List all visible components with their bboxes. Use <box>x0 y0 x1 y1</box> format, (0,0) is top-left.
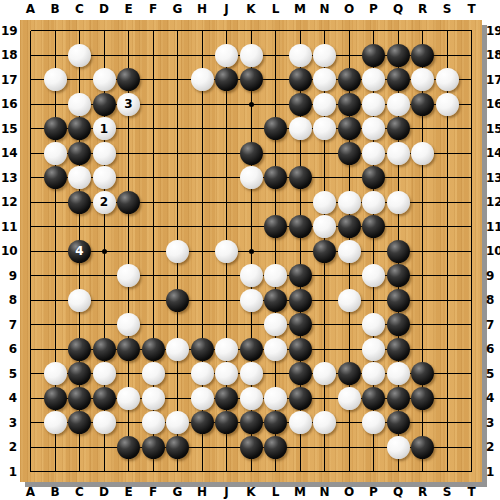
point-T17[interactable] <box>459 67 484 92</box>
point-K17[interactable] <box>239 67 264 92</box>
point-G10[interactable] <box>165 239 190 264</box>
point-J14[interactable] <box>214 141 239 166</box>
point-D19[interactable] <box>92 18 117 43</box>
point-K6[interactable] <box>239 337 264 362</box>
point-Q17[interactable] <box>386 67 411 92</box>
point-C9[interactable] <box>67 263 92 288</box>
point-S5[interactable] <box>435 361 460 386</box>
point-B16[interactable] <box>43 92 68 117</box>
point-O1[interactable] <box>337 459 362 484</box>
point-Q2[interactable] <box>386 435 411 460</box>
point-T12[interactable] <box>459 190 484 215</box>
point-N15[interactable] <box>312 116 337 141</box>
point-S12[interactable] <box>435 190 460 215</box>
point-P11[interactable] <box>361 214 386 239</box>
point-A16[interactable] <box>18 92 43 117</box>
point-D4[interactable] <box>92 386 117 411</box>
point-T5[interactable] <box>459 361 484 386</box>
point-C19[interactable] <box>67 18 92 43</box>
point-B12[interactable] <box>43 190 68 215</box>
point-L11[interactable] <box>263 214 288 239</box>
point-B8[interactable] <box>43 288 68 313</box>
point-H14[interactable] <box>190 141 215 166</box>
point-E4[interactable] <box>116 386 141 411</box>
point-H4[interactable] <box>190 386 215 411</box>
point-F17[interactable] <box>141 67 166 92</box>
point-O11[interactable] <box>337 214 362 239</box>
point-A9[interactable] <box>18 263 43 288</box>
point-K12[interactable] <box>239 190 264 215</box>
point-H2[interactable] <box>190 435 215 460</box>
point-F9[interactable] <box>141 263 166 288</box>
point-A1[interactable] <box>18 459 43 484</box>
point-D16[interactable] <box>92 92 117 117</box>
point-O6[interactable] <box>337 337 362 362</box>
point-R9[interactable] <box>410 263 435 288</box>
point-K14[interactable] <box>239 141 264 166</box>
point-R2[interactable] <box>410 435 435 460</box>
point-C13[interactable] <box>67 165 92 190</box>
point-K11[interactable] <box>239 214 264 239</box>
point-Q18[interactable] <box>386 43 411 68</box>
point-C15[interactable] <box>67 116 92 141</box>
point-G9[interactable] <box>165 263 190 288</box>
point-L16[interactable] <box>263 92 288 117</box>
point-K10[interactable] <box>239 239 264 264</box>
point-D18[interactable] <box>92 43 117 68</box>
point-M13[interactable] <box>288 165 313 190</box>
point-S10[interactable] <box>435 239 460 264</box>
point-P12[interactable] <box>361 190 386 215</box>
point-F16[interactable] <box>141 92 166 117</box>
point-O17[interactable] <box>337 67 362 92</box>
point-H9[interactable] <box>190 263 215 288</box>
point-S17[interactable] <box>435 67 460 92</box>
point-A5[interactable] <box>18 361 43 386</box>
point-D17[interactable] <box>92 67 117 92</box>
point-N14[interactable] <box>312 141 337 166</box>
point-R19[interactable] <box>410 18 435 43</box>
point-D10[interactable] <box>92 239 117 264</box>
point-R5[interactable] <box>410 361 435 386</box>
point-Q9[interactable] <box>386 263 411 288</box>
point-E12[interactable] <box>116 190 141 215</box>
point-N18[interactable] <box>312 43 337 68</box>
point-R3[interactable] <box>410 410 435 435</box>
point-L12[interactable] <box>263 190 288 215</box>
point-G18[interactable] <box>165 43 190 68</box>
point-T18[interactable] <box>459 43 484 68</box>
point-C16[interactable] <box>67 92 92 117</box>
point-E5[interactable] <box>116 361 141 386</box>
point-B14[interactable] <box>43 141 68 166</box>
point-P16[interactable] <box>361 92 386 117</box>
point-M4[interactable] <box>288 386 313 411</box>
point-P14[interactable] <box>361 141 386 166</box>
point-H13[interactable] <box>190 165 215 190</box>
point-F11[interactable] <box>141 214 166 239</box>
point-E15[interactable] <box>116 116 141 141</box>
point-L10[interactable] <box>263 239 288 264</box>
point-D13[interactable] <box>92 165 117 190</box>
point-B4[interactable] <box>43 386 68 411</box>
point-H11[interactable] <box>190 214 215 239</box>
point-S8[interactable] <box>435 288 460 313</box>
point-A15[interactable] <box>18 116 43 141</box>
point-C5[interactable] <box>67 361 92 386</box>
point-T10[interactable] <box>459 239 484 264</box>
point-C7[interactable] <box>67 312 92 337</box>
point-L19[interactable] <box>263 18 288 43</box>
point-J2[interactable] <box>214 435 239 460</box>
point-L13[interactable] <box>263 165 288 190</box>
point-J12[interactable] <box>214 190 239 215</box>
point-H7[interactable] <box>190 312 215 337</box>
point-G5[interactable] <box>165 361 190 386</box>
point-G15[interactable] <box>165 116 190 141</box>
point-B6[interactable] <box>43 337 68 362</box>
point-L15[interactable] <box>263 116 288 141</box>
point-J17[interactable] <box>214 67 239 92</box>
point-M8[interactable] <box>288 288 313 313</box>
point-S3[interactable] <box>435 410 460 435</box>
point-B7[interactable] <box>43 312 68 337</box>
point-Q14[interactable] <box>386 141 411 166</box>
point-G14[interactable] <box>165 141 190 166</box>
point-M2[interactable] <box>288 435 313 460</box>
point-L9[interactable] <box>263 263 288 288</box>
point-K19[interactable] <box>239 18 264 43</box>
point-R13[interactable] <box>410 165 435 190</box>
point-E13[interactable] <box>116 165 141 190</box>
point-H17[interactable] <box>190 67 215 92</box>
point-S9[interactable] <box>435 263 460 288</box>
point-D11[interactable] <box>92 214 117 239</box>
point-Q10[interactable] <box>386 239 411 264</box>
point-P8[interactable] <box>361 288 386 313</box>
point-C18[interactable] <box>67 43 92 68</box>
point-C2[interactable] <box>67 435 92 460</box>
point-N4[interactable] <box>312 386 337 411</box>
point-E1[interactable] <box>116 459 141 484</box>
point-F18[interactable] <box>141 43 166 68</box>
point-T9[interactable] <box>459 263 484 288</box>
point-M9[interactable] <box>288 263 313 288</box>
point-T2[interactable] <box>459 435 484 460</box>
point-K9[interactable] <box>239 263 264 288</box>
point-R12[interactable] <box>410 190 435 215</box>
point-P9[interactable] <box>361 263 386 288</box>
point-B1[interactable] <box>43 459 68 484</box>
point-O10[interactable] <box>337 239 362 264</box>
point-F2[interactable] <box>141 435 166 460</box>
point-F12[interactable] <box>141 190 166 215</box>
point-N6[interactable] <box>312 337 337 362</box>
point-D2[interactable] <box>92 435 117 460</box>
point-E17[interactable] <box>116 67 141 92</box>
point-A8[interactable] <box>18 288 43 313</box>
point-D1[interactable] <box>92 459 117 484</box>
point-L3[interactable] <box>263 410 288 435</box>
point-N8[interactable] <box>312 288 337 313</box>
point-K15[interactable] <box>239 116 264 141</box>
point-D15[interactable]: 1 <box>92 116 117 141</box>
point-K4[interactable] <box>239 386 264 411</box>
point-A13[interactable] <box>18 165 43 190</box>
point-J3[interactable] <box>214 410 239 435</box>
point-D6[interactable] <box>92 337 117 362</box>
point-N2[interactable] <box>312 435 337 460</box>
point-S7[interactable] <box>435 312 460 337</box>
point-T3[interactable] <box>459 410 484 435</box>
point-S11[interactable] <box>435 214 460 239</box>
point-C3[interactable] <box>67 410 92 435</box>
point-M16[interactable] <box>288 92 313 117</box>
point-A7[interactable] <box>18 312 43 337</box>
point-K5[interactable] <box>239 361 264 386</box>
point-O12[interactable] <box>337 190 362 215</box>
point-G13[interactable] <box>165 165 190 190</box>
point-N13[interactable] <box>312 165 337 190</box>
point-K3[interactable] <box>239 410 264 435</box>
point-P7[interactable] <box>361 312 386 337</box>
point-Q5[interactable] <box>386 361 411 386</box>
point-Q16[interactable] <box>386 92 411 117</box>
point-C1[interactable] <box>67 459 92 484</box>
point-C14[interactable] <box>67 141 92 166</box>
point-D9[interactable] <box>92 263 117 288</box>
point-A6[interactable] <box>18 337 43 362</box>
point-K7[interactable] <box>239 312 264 337</box>
point-H1[interactable] <box>190 459 215 484</box>
point-C11[interactable] <box>67 214 92 239</box>
point-R1[interactable] <box>410 459 435 484</box>
point-E16[interactable]: 3 <box>116 92 141 117</box>
point-M12[interactable] <box>288 190 313 215</box>
point-J7[interactable] <box>214 312 239 337</box>
point-T14[interactable] <box>459 141 484 166</box>
point-L4[interactable] <box>263 386 288 411</box>
point-M10[interactable] <box>288 239 313 264</box>
point-M7[interactable] <box>288 312 313 337</box>
point-G3[interactable] <box>165 410 190 435</box>
point-K1[interactable] <box>239 459 264 484</box>
point-P19[interactable] <box>361 18 386 43</box>
point-R6[interactable] <box>410 337 435 362</box>
point-G4[interactable] <box>165 386 190 411</box>
point-G6[interactable] <box>165 337 190 362</box>
point-K16[interactable] <box>239 92 264 117</box>
point-B15[interactable] <box>43 116 68 141</box>
point-H16[interactable] <box>190 92 215 117</box>
point-P2[interactable] <box>361 435 386 460</box>
point-E8[interactable] <box>116 288 141 313</box>
point-D7[interactable] <box>92 312 117 337</box>
point-Q13[interactable] <box>386 165 411 190</box>
point-E6[interactable] <box>116 337 141 362</box>
point-J11[interactable] <box>214 214 239 239</box>
point-F3[interactable] <box>141 410 166 435</box>
point-G1[interactable] <box>165 459 190 484</box>
point-J8[interactable] <box>214 288 239 313</box>
point-L2[interactable] <box>263 435 288 460</box>
point-J1[interactable] <box>214 459 239 484</box>
point-C6[interactable] <box>67 337 92 362</box>
point-D14[interactable] <box>92 141 117 166</box>
point-S6[interactable] <box>435 337 460 362</box>
point-T16[interactable] <box>459 92 484 117</box>
point-O7[interactable] <box>337 312 362 337</box>
point-P10[interactable] <box>361 239 386 264</box>
point-L14[interactable] <box>263 141 288 166</box>
point-A17[interactable] <box>18 67 43 92</box>
point-F8[interactable] <box>141 288 166 313</box>
point-O18[interactable] <box>337 43 362 68</box>
point-P15[interactable] <box>361 116 386 141</box>
point-B19[interactable] <box>43 18 68 43</box>
point-L5[interactable] <box>263 361 288 386</box>
point-D5[interactable] <box>92 361 117 386</box>
point-N9[interactable] <box>312 263 337 288</box>
point-S19[interactable] <box>435 18 460 43</box>
go-board[interactable]: 3124 <box>20 20 482 482</box>
point-B18[interactable] <box>43 43 68 68</box>
point-J18[interactable] <box>214 43 239 68</box>
point-L18[interactable] <box>263 43 288 68</box>
point-H18[interactable] <box>190 43 215 68</box>
point-N17[interactable] <box>312 67 337 92</box>
point-K18[interactable] <box>239 43 264 68</box>
point-O15[interactable] <box>337 116 362 141</box>
point-T8[interactable] <box>459 288 484 313</box>
point-A19[interactable] <box>18 18 43 43</box>
point-H12[interactable] <box>190 190 215 215</box>
point-R15[interactable] <box>410 116 435 141</box>
point-A14[interactable] <box>18 141 43 166</box>
point-M14[interactable] <box>288 141 313 166</box>
point-T6[interactable] <box>459 337 484 362</box>
point-A2[interactable] <box>18 435 43 460</box>
point-G8[interactable] <box>165 288 190 313</box>
point-T11[interactable] <box>459 214 484 239</box>
point-H5[interactable] <box>190 361 215 386</box>
point-Q7[interactable] <box>386 312 411 337</box>
point-O4[interactable] <box>337 386 362 411</box>
point-O16[interactable] <box>337 92 362 117</box>
point-T7[interactable] <box>459 312 484 337</box>
point-T1[interactable] <box>459 459 484 484</box>
point-F4[interactable] <box>141 386 166 411</box>
point-B17[interactable] <box>43 67 68 92</box>
point-C17[interactable] <box>67 67 92 92</box>
point-J4[interactable] <box>214 386 239 411</box>
point-N19[interactable] <box>312 18 337 43</box>
point-P3[interactable] <box>361 410 386 435</box>
point-M11[interactable] <box>288 214 313 239</box>
point-M17[interactable] <box>288 67 313 92</box>
point-B9[interactable] <box>43 263 68 288</box>
point-N5[interactable] <box>312 361 337 386</box>
point-H10[interactable] <box>190 239 215 264</box>
point-L7[interactable] <box>263 312 288 337</box>
point-T4[interactable] <box>459 386 484 411</box>
point-Q6[interactable] <box>386 337 411 362</box>
point-O9[interactable] <box>337 263 362 288</box>
point-A3[interactable] <box>18 410 43 435</box>
point-L8[interactable] <box>263 288 288 313</box>
point-G7[interactable] <box>165 312 190 337</box>
point-P4[interactable] <box>361 386 386 411</box>
point-O2[interactable] <box>337 435 362 460</box>
point-Q8[interactable] <box>386 288 411 313</box>
point-F7[interactable] <box>141 312 166 337</box>
point-N7[interactable] <box>312 312 337 337</box>
point-T15[interactable] <box>459 116 484 141</box>
point-C4[interactable] <box>67 386 92 411</box>
point-Q12[interactable] <box>386 190 411 215</box>
point-B3[interactable] <box>43 410 68 435</box>
point-J13[interactable] <box>214 165 239 190</box>
point-H8[interactable] <box>190 288 215 313</box>
point-F6[interactable] <box>141 337 166 362</box>
point-F13[interactable] <box>141 165 166 190</box>
point-G12[interactable] <box>165 190 190 215</box>
point-R11[interactable] <box>410 214 435 239</box>
point-B2[interactable] <box>43 435 68 460</box>
point-A18[interactable] <box>18 43 43 68</box>
point-N16[interactable] <box>312 92 337 117</box>
point-F10[interactable] <box>141 239 166 264</box>
point-K13[interactable] <box>239 165 264 190</box>
point-E18[interactable] <box>116 43 141 68</box>
point-E11[interactable] <box>116 214 141 239</box>
point-S16[interactable] <box>435 92 460 117</box>
point-N10[interactable] <box>312 239 337 264</box>
point-P18[interactable] <box>361 43 386 68</box>
point-H6[interactable] <box>190 337 215 362</box>
point-Q19[interactable] <box>386 18 411 43</box>
point-O3[interactable] <box>337 410 362 435</box>
point-P5[interactable] <box>361 361 386 386</box>
point-R17[interactable] <box>410 67 435 92</box>
point-R16[interactable] <box>410 92 435 117</box>
point-D8[interactable] <box>92 288 117 313</box>
point-N11[interactable] <box>312 214 337 239</box>
point-D12[interactable]: 2 <box>92 190 117 215</box>
point-B5[interactable] <box>43 361 68 386</box>
point-A11[interactable] <box>18 214 43 239</box>
point-O19[interactable] <box>337 18 362 43</box>
point-F15[interactable] <box>141 116 166 141</box>
point-H19[interactable] <box>190 18 215 43</box>
point-L1[interactable] <box>263 459 288 484</box>
point-E3[interactable] <box>116 410 141 435</box>
point-J9[interactable] <box>214 263 239 288</box>
point-J16[interactable] <box>214 92 239 117</box>
point-M18[interactable] <box>288 43 313 68</box>
point-H3[interactable] <box>190 410 215 435</box>
point-C8[interactable] <box>67 288 92 313</box>
point-B13[interactable] <box>43 165 68 190</box>
point-A12[interactable] <box>18 190 43 215</box>
point-C10[interactable]: 4 <box>67 239 92 264</box>
point-S18[interactable] <box>435 43 460 68</box>
point-D3[interactable] <box>92 410 117 435</box>
point-G16[interactable] <box>165 92 190 117</box>
point-R10[interactable] <box>410 239 435 264</box>
point-J5[interactable] <box>214 361 239 386</box>
point-R7[interactable] <box>410 312 435 337</box>
